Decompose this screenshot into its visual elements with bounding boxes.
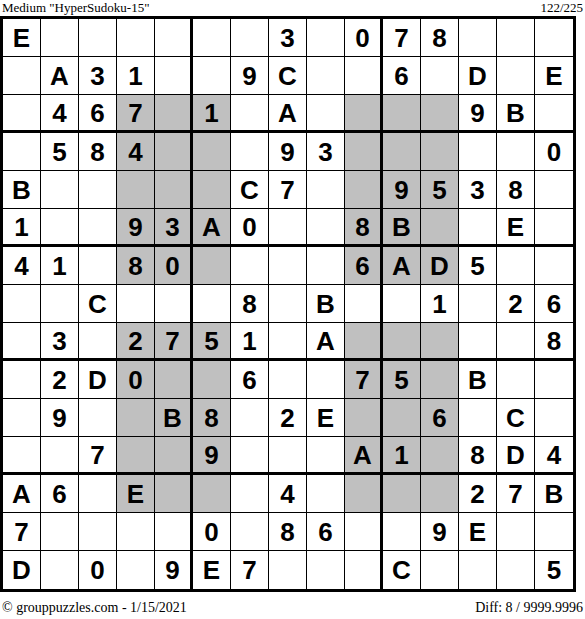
cell-r1c13[interactable] <box>459 19 497 57</box>
cell-r12c13[interactable]: 8 <box>459 437 497 475</box>
cell-r2c12[interactable] <box>421 57 459 95</box>
cell-r15c3[interactable]: 0 <box>79 551 117 589</box>
cell-r6c13[interactable] <box>459 209 497 247</box>
cell-r4c8[interactable]: 9 <box>269 133 307 171</box>
cell-r1c12[interactable]: 8 <box>421 19 459 57</box>
cell-r1c14[interactable] <box>497 19 535 57</box>
cell-r2c13[interactable]: D <box>459 57 497 95</box>
cell-r15c7[interactable]: 7 <box>231 551 269 589</box>
cell-r12c9[interactable] <box>307 437 345 475</box>
cell-r9c13[interactable] <box>459 323 497 361</box>
cell-r9c4[interactable]: 2 <box>117 323 155 361</box>
cell-r8c2[interactable] <box>41 285 79 323</box>
blank-count-label: 122/225 <box>540 0 583 15</box>
cell-r11c2[interactable]: 9 <box>41 399 79 437</box>
cell-r14c13[interactable]: E <box>459 513 497 551</box>
cell-r6c11[interactable]: B <box>383 209 421 247</box>
copyright-text: © grouppuzzles.com - 1/15/2021 <box>2 599 187 617</box>
cell-r11c7[interactable] <box>231 399 269 437</box>
cell-r13c2[interactable]: 6 <box>41 475 79 513</box>
cell-r14c5[interactable] <box>155 513 193 551</box>
cell-r7c13[interactable]: 5 <box>459 247 497 285</box>
cell-r15c9[interactable] <box>307 551 345 589</box>
cell-r8c11[interactable] <box>383 285 421 323</box>
cell-r13c13[interactable]: 2 <box>459 475 497 513</box>
cell-r2c11[interactable]: 6 <box>383 57 421 95</box>
cell-r3c10[interactable] <box>345 95 383 133</box>
cell-r12c5[interactable] <box>155 437 193 475</box>
cell-r9c2[interactable]: 3 <box>41 323 79 361</box>
cell-r10c15[interactable] <box>535 361 573 399</box>
cell-r12c11[interactable]: 1 <box>383 437 421 475</box>
sudoku-grid: E3078A319C6DE4671A9B584930BC79538193A08B… <box>0 16 576 592</box>
cell-r9c6[interactable]: 5 <box>193 323 231 361</box>
cell-r9c10[interactable] <box>345 323 383 361</box>
cell-r5c1[interactable]: B <box>3 171 41 209</box>
cell-r10c3[interactable]: D <box>79 361 117 399</box>
cell-r13c4[interactable]: E <box>117 475 155 513</box>
cell-r9c3[interactable] <box>79 323 117 361</box>
cell-r9c12[interactable] <box>421 323 459 361</box>
cell-r4c2[interactable]: 5 <box>41 133 79 171</box>
cell-r1c3[interactable] <box>79 19 117 57</box>
cell-r1c11[interactable]: 7 <box>383 19 421 57</box>
cell-r7c10[interactable]: 6 <box>345 247 383 285</box>
cell-r15c15[interactable]: 5 <box>535 551 573 589</box>
cell-r5c10[interactable] <box>345 171 383 209</box>
cell-r15c11[interactable]: C <box>383 551 421 589</box>
cell-r7c15[interactable] <box>535 247 573 285</box>
cell-r1c6[interactable] <box>193 19 231 57</box>
cell-r14c8[interactable]: 8 <box>269 513 307 551</box>
cell-r13c8[interactable]: 4 <box>269 475 307 513</box>
cell-r3c11[interactable] <box>383 95 421 133</box>
cell-r8c15[interactable]: 6 <box>535 285 573 323</box>
cell-r10c11[interactable]: 5 <box>383 361 421 399</box>
cell-r6c2[interactable] <box>41 209 79 247</box>
cell-r15c4[interactable] <box>117 551 155 589</box>
cell-r7c9[interactable] <box>307 247 345 285</box>
cell-r14c11[interactable] <box>383 513 421 551</box>
cell-r10c6[interactable] <box>193 361 231 399</box>
cell-r6c15[interactable] <box>535 209 573 247</box>
cell-r3c12[interactable] <box>421 95 459 133</box>
cell-r6c14[interactable]: E <box>497 209 535 247</box>
cell-r5c9[interactable] <box>307 171 345 209</box>
cell-r6c8[interactable] <box>269 209 307 247</box>
cell-r12c6[interactable]: 9 <box>193 437 231 475</box>
cell-r8c9[interactable]: B <box>307 285 345 323</box>
cell-r10c8[interactable] <box>269 361 307 399</box>
cell-r5c11[interactable]: 9 <box>383 171 421 209</box>
cell-r7c11[interactable]: A <box>383 247 421 285</box>
cell-r8c13[interactable] <box>459 285 497 323</box>
cell-r10c5[interactable] <box>155 361 193 399</box>
cell-r1c2[interactable] <box>41 19 79 57</box>
cell-r15c12[interactable] <box>421 551 459 589</box>
cell-r15c8[interactable] <box>269 551 307 589</box>
cell-r14c12[interactable]: 9 <box>421 513 459 551</box>
cell-r1c9[interactable] <box>307 19 345 57</box>
cell-r12c4[interactable] <box>117 437 155 475</box>
cell-r12c14[interactable]: D <box>497 437 535 475</box>
cell-r3c15[interactable] <box>535 95 573 133</box>
cell-r1c8[interactable]: 3 <box>269 19 307 57</box>
cell-r13c3[interactable] <box>79 475 117 513</box>
cell-r10c13[interactable]: B <box>459 361 497 399</box>
cell-r12c8[interactable] <box>269 437 307 475</box>
cell-r3c3[interactable]: 6 <box>79 95 117 133</box>
cell-r8c7[interactable]: 8 <box>231 285 269 323</box>
cell-r12c10[interactable]: A <box>345 437 383 475</box>
cell-r14c2[interactable] <box>41 513 79 551</box>
cell-r3c6[interactable]: 1 <box>193 95 231 133</box>
cell-r9c1[interactable] <box>3 323 41 361</box>
cell-r4c1[interactable] <box>3 133 41 171</box>
cell-r5c3[interactable] <box>79 171 117 209</box>
cell-r13c15[interactable]: B <box>535 475 573 513</box>
cell-r8c10[interactable] <box>345 285 383 323</box>
cell-r5c2[interactable] <box>41 171 79 209</box>
cell-r6c10[interactable]: 8 <box>345 209 383 247</box>
cell-r5c6[interactable] <box>193 171 231 209</box>
cell-r3c8[interactable]: A <box>269 95 307 133</box>
cell-r13c10[interactable] <box>345 475 383 513</box>
cell-r4c3[interactable]: 8 <box>79 133 117 171</box>
cell-r7c4[interactable]: 8 <box>117 247 155 285</box>
cell-r5c12[interactable]: 5 <box>421 171 459 209</box>
cell-r11c9[interactable]: E <box>307 399 345 437</box>
cell-r2c14[interactable] <box>497 57 535 95</box>
cell-r3c14[interactable]: B <box>497 95 535 133</box>
cell-r10c7[interactable]: 6 <box>231 361 269 399</box>
cell-r2c5[interactable] <box>155 57 193 95</box>
cell-r11c1[interactable] <box>3 399 41 437</box>
cell-r4c6[interactable] <box>193 133 231 171</box>
cell-r12c7[interactable] <box>231 437 269 475</box>
cell-r15c5[interactable]: 9 <box>155 551 193 589</box>
cell-r3c5[interactable] <box>155 95 193 133</box>
cell-r6c4[interactable]: 9 <box>117 209 155 247</box>
cell-r13c9[interactable] <box>307 475 345 513</box>
cell-r5c14[interactable]: 8 <box>497 171 535 209</box>
cell-r1c5[interactable] <box>155 19 193 57</box>
cell-r11c3[interactable] <box>79 399 117 437</box>
cell-r6c1[interactable]: 1 <box>3 209 41 247</box>
cell-r14c14[interactable] <box>497 513 535 551</box>
cell-r15c1[interactable]: D <box>3 551 41 589</box>
cell-r13c5[interactable] <box>155 475 193 513</box>
cell-r11c12[interactable]: 6 <box>421 399 459 437</box>
cell-r4c10[interactable] <box>345 133 383 171</box>
cell-r11c15[interactable] <box>535 399 573 437</box>
cell-r1c4[interactable] <box>117 19 155 57</box>
cell-r13c7[interactable] <box>231 475 269 513</box>
cell-r10c14[interactable] <box>497 361 535 399</box>
cell-r4c11[interactable] <box>383 133 421 171</box>
cell-r6c6[interactable]: A <box>193 209 231 247</box>
cell-r7c1[interactable]: 4 <box>3 247 41 285</box>
cell-r11c4[interactable] <box>117 399 155 437</box>
cell-r13c14[interactable]: 7 <box>497 475 535 513</box>
cell-r9c7[interactable]: 1 <box>231 323 269 361</box>
cell-r12c2[interactable] <box>41 437 79 475</box>
cell-r12c15[interactable]: 4 <box>535 437 573 475</box>
cell-r11c14[interactable]: C <box>497 399 535 437</box>
cell-r10c2[interactable]: 2 <box>41 361 79 399</box>
cell-r6c9[interactable] <box>307 209 345 247</box>
cell-r8c3[interactable]: C <box>79 285 117 323</box>
cell-r1c7[interactable] <box>231 19 269 57</box>
cell-r12c1[interactable] <box>3 437 41 475</box>
cell-r9c9[interactable]: A <box>307 323 345 361</box>
cell-r14c6[interactable]: 0 <box>193 513 231 551</box>
cell-r12c3[interactable]: 7 <box>79 437 117 475</box>
cell-r8c8[interactable] <box>269 285 307 323</box>
cell-r14c15[interactable] <box>535 513 573 551</box>
cell-r15c14[interactable] <box>497 551 535 589</box>
cell-r2c1[interactable] <box>3 57 41 95</box>
cell-r2c3[interactable]: 3 <box>79 57 117 95</box>
cell-r7c2[interactable]: 1 <box>41 247 79 285</box>
cell-r10c1[interactable] <box>3 361 41 399</box>
cell-r1c15[interactable] <box>535 19 573 57</box>
cell-r15c2[interactable] <box>41 551 79 589</box>
cell-r11c10[interactable] <box>345 399 383 437</box>
cell-r10c10[interactable]: 7 <box>345 361 383 399</box>
footer: © grouppuzzles.com - 1/15/2021 Diff: 8 /… <box>2 599 583 617</box>
puzzle-page: Medium "HyperSudoku-15" 122/225 E3078A31… <box>0 0 585 619</box>
cell-r8c14[interactable]: 2 <box>497 285 535 323</box>
cell-r7c5[interactable]: 0 <box>155 247 193 285</box>
cell-r2c4[interactable]: 1 <box>117 57 155 95</box>
cell-r14c1[interactable]: 7 <box>3 513 41 551</box>
cell-r6c3[interactable] <box>79 209 117 247</box>
cell-r8c6[interactable] <box>193 285 231 323</box>
cell-r1c1[interactable]: E <box>3 19 41 57</box>
cell-r2c10[interactable] <box>345 57 383 95</box>
cell-r14c7[interactable] <box>231 513 269 551</box>
cell-r3c7[interactable] <box>231 95 269 133</box>
cell-r5c13[interactable]: 3 <box>459 171 497 209</box>
cell-r2c15[interactable]: E <box>535 57 573 95</box>
cell-r7c3[interactable] <box>79 247 117 285</box>
cell-r13c1[interactable]: A <box>3 475 41 513</box>
cell-r2c6[interactable] <box>193 57 231 95</box>
cell-r6c7[interactable]: 0 <box>231 209 269 247</box>
cell-r9c11[interactable] <box>383 323 421 361</box>
cell-r3c4[interactable]: 7 <box>117 95 155 133</box>
cell-r6c5[interactable]: 3 <box>155 209 193 247</box>
cell-r1c10[interactable]: 0 <box>345 19 383 57</box>
cell-r8c4[interactable] <box>117 285 155 323</box>
cell-r4c5[interactable] <box>155 133 193 171</box>
cell-r10c9[interactable] <box>307 361 345 399</box>
cell-r9c5[interactable]: 7 <box>155 323 193 361</box>
cell-r9c15[interactable]: 8 <box>535 323 573 361</box>
cell-r11c8[interactable]: 2 <box>269 399 307 437</box>
cell-r4c13[interactable] <box>459 133 497 171</box>
cell-r5c15[interactable] <box>535 171 573 209</box>
cell-r5c4[interactable] <box>117 171 155 209</box>
cell-r7c8[interactable] <box>269 247 307 285</box>
cell-r13c11[interactable] <box>383 475 421 513</box>
cell-r11c5[interactable]: B <box>155 399 193 437</box>
cell-r3c9[interactable] <box>307 95 345 133</box>
cell-r13c12[interactable] <box>421 475 459 513</box>
cell-r11c11[interactable] <box>383 399 421 437</box>
cell-r5c5[interactable] <box>155 171 193 209</box>
cell-r3c1[interactable] <box>3 95 41 133</box>
puzzle-title: Medium "HyperSudoku-15" <box>2 0 149 15</box>
cell-r14c10[interactable] <box>345 513 383 551</box>
cell-r4c9[interactable]: 3 <box>307 133 345 171</box>
cell-r10c4[interactable]: 0 <box>117 361 155 399</box>
cell-r13c6[interactable] <box>193 475 231 513</box>
cell-r2c2[interactable]: A <box>41 57 79 95</box>
cell-r9c8[interactable] <box>269 323 307 361</box>
cell-r3c2[interactable]: 4 <box>41 95 79 133</box>
cell-r14c3[interactable] <box>79 513 117 551</box>
cell-r5c7[interactable]: C <box>231 171 269 209</box>
cell-r8c12[interactable]: 1 <box>421 285 459 323</box>
cell-r8c5[interactable] <box>155 285 193 323</box>
cell-r7c14[interactable] <box>497 247 535 285</box>
cell-r10c12[interactable] <box>421 361 459 399</box>
cell-r2c8[interactable]: C <box>269 57 307 95</box>
cell-r7c6[interactable] <box>193 247 231 285</box>
difficulty-text: Diff: 8 / 9999.9996 <box>475 599 583 617</box>
cell-r4c4[interactable]: 4 <box>117 133 155 171</box>
cell-r15c6[interactable]: E <box>193 551 231 589</box>
cell-r4c15[interactable]: 0 <box>535 133 573 171</box>
cell-r14c9[interactable]: 6 <box>307 513 345 551</box>
cell-r8c1[interactable] <box>3 285 41 323</box>
cell-r7c12[interactable]: D <box>421 247 459 285</box>
cell-r4c14[interactable] <box>497 133 535 171</box>
cell-r15c10[interactable] <box>345 551 383 589</box>
cell-r2c7[interactable]: 9 <box>231 57 269 95</box>
cell-r4c12[interactable] <box>421 133 459 171</box>
cell-r2c9[interactable] <box>307 57 345 95</box>
cell-r4c7[interactable] <box>231 133 269 171</box>
cell-r11c13[interactable] <box>459 399 497 437</box>
cell-r11c6[interactable]: 8 <box>193 399 231 437</box>
cell-r6c12[interactable] <box>421 209 459 247</box>
cell-r15c13[interactable] <box>459 551 497 589</box>
cell-r7c7[interactable] <box>231 247 269 285</box>
cell-r12c12[interactable] <box>421 437 459 475</box>
cell-r14c4[interactable] <box>117 513 155 551</box>
header: Medium "HyperSudoku-15" 122/225 <box>2 0 583 15</box>
cell-r9c14[interactable] <box>497 323 535 361</box>
cell-r5c8[interactable]: 7 <box>269 171 307 209</box>
cell-r3c13[interactable]: 9 <box>459 95 497 133</box>
